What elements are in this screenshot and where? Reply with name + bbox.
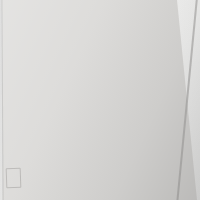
crown-logo-icon <box>6 168 22 189</box>
board-mat <box>0 0 200 200</box>
chessboard-photo <box>0 0 200 200</box>
brand-text <box>2 63 12 107</box>
